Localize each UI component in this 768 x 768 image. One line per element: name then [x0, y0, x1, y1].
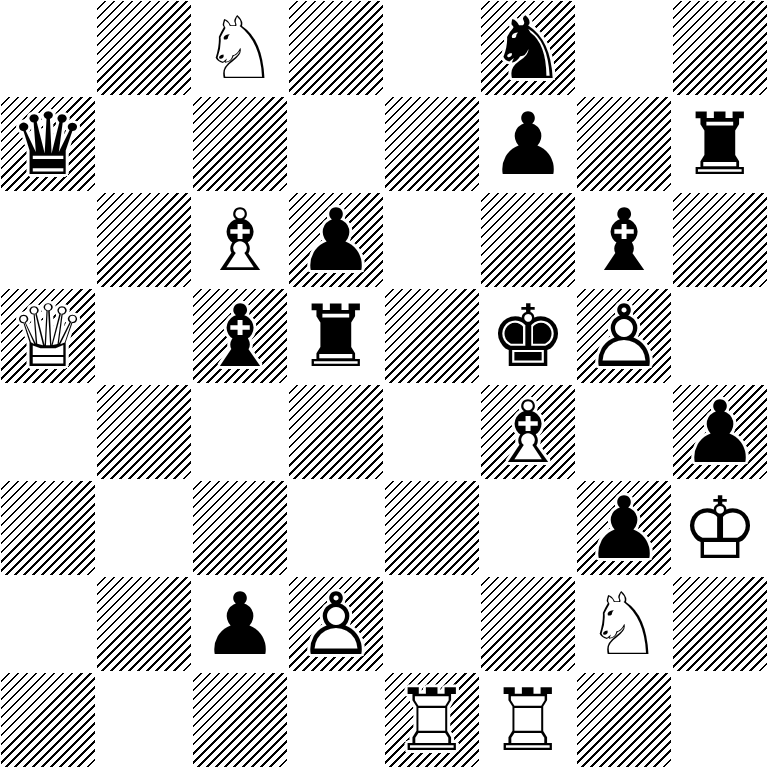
white-knight: ♞♘: [192, 0, 288, 96]
square-h7[interactable]: ♜♜: [672, 96, 768, 192]
piece-halo-layer: ♞: [480, 0, 576, 96]
square-h1[interactable]: [672, 672, 768, 768]
square-c5[interactable]: ♝♝: [192, 288, 288, 384]
square-c7[interactable]: [192, 96, 288, 192]
square-a2[interactable]: [0, 576, 96, 672]
square-f8[interactable]: ♞♞: [480, 0, 576, 96]
square-c3[interactable]: [192, 480, 288, 576]
piece-halo-layer: ♛: [0, 96, 96, 192]
piece-halo-layer: ♝: [192, 192, 288, 288]
white-rook: ♜♖: [480, 672, 576, 768]
black-pawn: ♟♟: [192, 576, 288, 672]
white-rook: ♜♖: [384, 672, 480, 768]
square-b5[interactable]: [96, 288, 192, 384]
black-bishop: ♝♝: [576, 192, 672, 288]
piece-glyph: ♜: [288, 288, 384, 384]
square-g7[interactable]: [576, 96, 672, 192]
piece-glyph: ♟: [672, 384, 768, 480]
square-d7[interactable]: [288, 96, 384, 192]
piece-halo-layer: ♚: [672, 480, 768, 576]
square-b1[interactable]: [96, 672, 192, 768]
square-e1[interactable]: ♜♖: [384, 672, 480, 768]
piece-halo-layer: ♝: [192, 288, 288, 384]
square-a6[interactable]: [0, 192, 96, 288]
square-g1[interactable]: [576, 672, 672, 768]
square-b7[interactable]: [96, 96, 192, 192]
square-c2[interactable]: ♟♟: [192, 576, 288, 672]
square-f1[interactable]: ♜♖: [480, 672, 576, 768]
square-b8[interactable]: [96, 0, 192, 96]
square-a5[interactable]: ♛♕: [0, 288, 96, 384]
square-e6[interactable]: [384, 192, 480, 288]
black-king: ♚♚: [480, 288, 576, 384]
piece-glyph: ♝: [576, 192, 672, 288]
piece-glyph: ♟: [480, 96, 576, 192]
square-a4[interactable]: [0, 384, 96, 480]
square-d5[interactable]: ♜♜: [288, 288, 384, 384]
white-pawn: ♟♙: [288, 576, 384, 672]
square-h4[interactable]: ♟♟: [672, 384, 768, 480]
white-bishop: ♝♗: [192, 192, 288, 288]
square-f7[interactable]: ♟♟: [480, 96, 576, 192]
piece-halo-layer: ♞: [576, 576, 672, 672]
square-b4[interactable]: [96, 384, 192, 480]
square-h5[interactable]: [672, 288, 768, 384]
piece-glyph: ♝: [192, 288, 288, 384]
square-c1[interactable]: [192, 672, 288, 768]
square-g4[interactable]: [576, 384, 672, 480]
square-b2[interactable]: [96, 576, 192, 672]
piece-halo-layer: ♝: [480, 384, 576, 480]
square-c8[interactable]: ♞♘: [192, 0, 288, 96]
piece-halo-layer: ♛: [0, 288, 96, 384]
square-g6[interactable]: ♝♝: [576, 192, 672, 288]
black-queen: ♛♛: [0, 96, 96, 192]
white-bishop: ♝♗: [480, 384, 576, 480]
square-b6[interactable]: [96, 192, 192, 288]
white-pawn: ♟♙: [576, 288, 672, 384]
piece-halo-layer: ♟: [576, 288, 672, 384]
square-h3[interactable]: ♚♔: [672, 480, 768, 576]
black-pawn: ♟♟: [672, 384, 768, 480]
black-pawn: ♟♟: [288, 192, 384, 288]
piece-halo-layer: ♚: [480, 288, 576, 384]
square-d6[interactable]: ♟♟: [288, 192, 384, 288]
square-f2[interactable]: [480, 576, 576, 672]
piece-halo-layer: ♟: [288, 576, 384, 672]
piece-halo-layer: ♟: [288, 192, 384, 288]
square-b3[interactable]: [96, 480, 192, 576]
piece-halo-layer: ♟: [576, 480, 672, 576]
piece-glyph: ♚: [480, 288, 576, 384]
piece-glyph: ♙: [576, 288, 672, 384]
black-knight: ♞♞: [480, 0, 576, 96]
square-e8[interactable]: [384, 0, 480, 96]
square-e2[interactable]: [384, 576, 480, 672]
square-c6[interactable]: ♝♗: [192, 192, 288, 288]
piece-halo-layer: ♟: [480, 96, 576, 192]
piece-glyph: ♟: [576, 480, 672, 576]
square-a1[interactable]: [0, 672, 96, 768]
white-knight: ♞♘: [576, 576, 672, 672]
square-f5[interactable]: ♚♚: [480, 288, 576, 384]
white-king: ♚♔: [672, 480, 768, 576]
square-g8[interactable]: [576, 0, 672, 96]
square-a8[interactable]: [0, 0, 96, 96]
square-d4[interactable]: [288, 384, 384, 480]
square-e4[interactable]: [384, 384, 480, 480]
square-e5[interactable]: [384, 288, 480, 384]
piece-glyph: ♞: [480, 0, 576, 96]
piece-halo-layer: ♜: [672, 96, 768, 192]
piece-glyph: ♟: [192, 576, 288, 672]
black-rook: ♜♜: [288, 288, 384, 384]
piece-glyph: ♛: [0, 96, 96, 192]
square-e3[interactable]: [384, 480, 480, 576]
square-c4[interactable]: [192, 384, 288, 480]
piece-halo-layer: ♝: [576, 192, 672, 288]
piece-glyph: ♖: [480, 672, 576, 768]
chess-board: ♞♘♞♞♛♛♟♟♜♜♝♗♟♟♝♝♛♕♝♝♜♜♚♚♟♙♝♗♟♟♟♟♚♔♟♟♟♙♞♘…: [0, 0, 768, 768]
piece-glyph: ♘: [192, 0, 288, 96]
black-pawn: ♟♟: [480, 96, 576, 192]
black-pawn: ♟♟: [576, 480, 672, 576]
piece-glyph: ♗: [480, 384, 576, 480]
square-g3[interactable]: ♟♟: [576, 480, 672, 576]
piece-halo-layer: ♜: [288, 288, 384, 384]
square-h8[interactable]: [672, 0, 768, 96]
square-g2[interactable]: ♞♘: [576, 576, 672, 672]
piece-glyph: ♗: [192, 192, 288, 288]
black-rook: ♜♜: [672, 96, 768, 192]
piece-halo-layer: ♞: [192, 0, 288, 96]
square-f4[interactable]: ♝♗: [480, 384, 576, 480]
piece-glyph: ♙: [288, 576, 384, 672]
piece-glyph: ♟: [288, 192, 384, 288]
black-bishop: ♝♝: [192, 288, 288, 384]
piece-glyph: ♘: [576, 576, 672, 672]
piece-glyph: ♔: [672, 480, 768, 576]
piece-halo-layer: ♟: [192, 576, 288, 672]
square-d2[interactable]: ♟♙: [288, 576, 384, 672]
square-h2[interactable]: [672, 576, 768, 672]
square-g5[interactable]: ♟♙: [576, 288, 672, 384]
square-d8[interactable]: [288, 0, 384, 96]
piece-halo-layer: ♜: [384, 672, 480, 768]
square-a3[interactable]: [0, 480, 96, 576]
piece-halo-layer: ♜: [480, 672, 576, 768]
piece-glyph: ♜: [672, 96, 768, 192]
piece-halo-layer: ♟: [672, 384, 768, 480]
square-a7[interactable]: ♛♛: [0, 96, 96, 192]
square-f6[interactable]: [480, 192, 576, 288]
white-queen: ♛♕: [0, 288, 96, 384]
square-e7[interactable]: [384, 96, 480, 192]
square-f3[interactable]: [480, 480, 576, 576]
piece-glyph: ♕: [0, 288, 96, 384]
square-h6[interactable]: [672, 192, 768, 288]
piece-glyph: ♖: [384, 672, 480, 768]
square-d1[interactable]: [288, 672, 384, 768]
square-d3[interactable]: [288, 480, 384, 576]
